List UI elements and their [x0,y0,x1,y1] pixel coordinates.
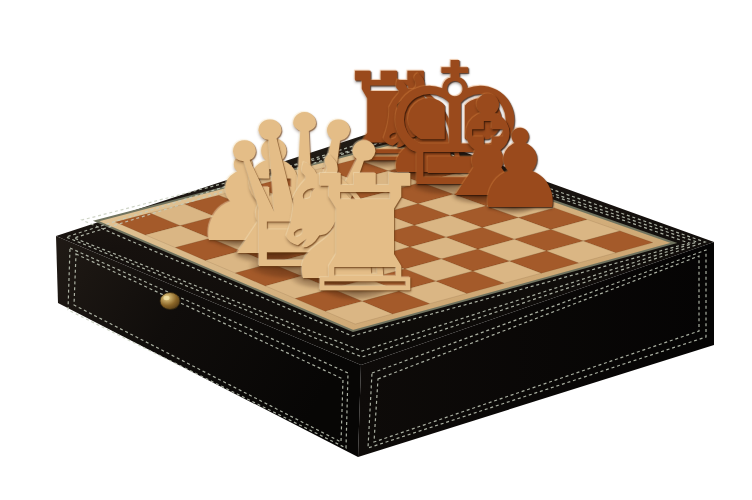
drawer-knob [160,293,180,310]
chess-case-graphic [0,0,752,500]
knob-highlight [164,296,170,300]
chess-set-photo-scene: ♜♞♚♝♟♟♝♛♞♜ [0,0,752,500]
